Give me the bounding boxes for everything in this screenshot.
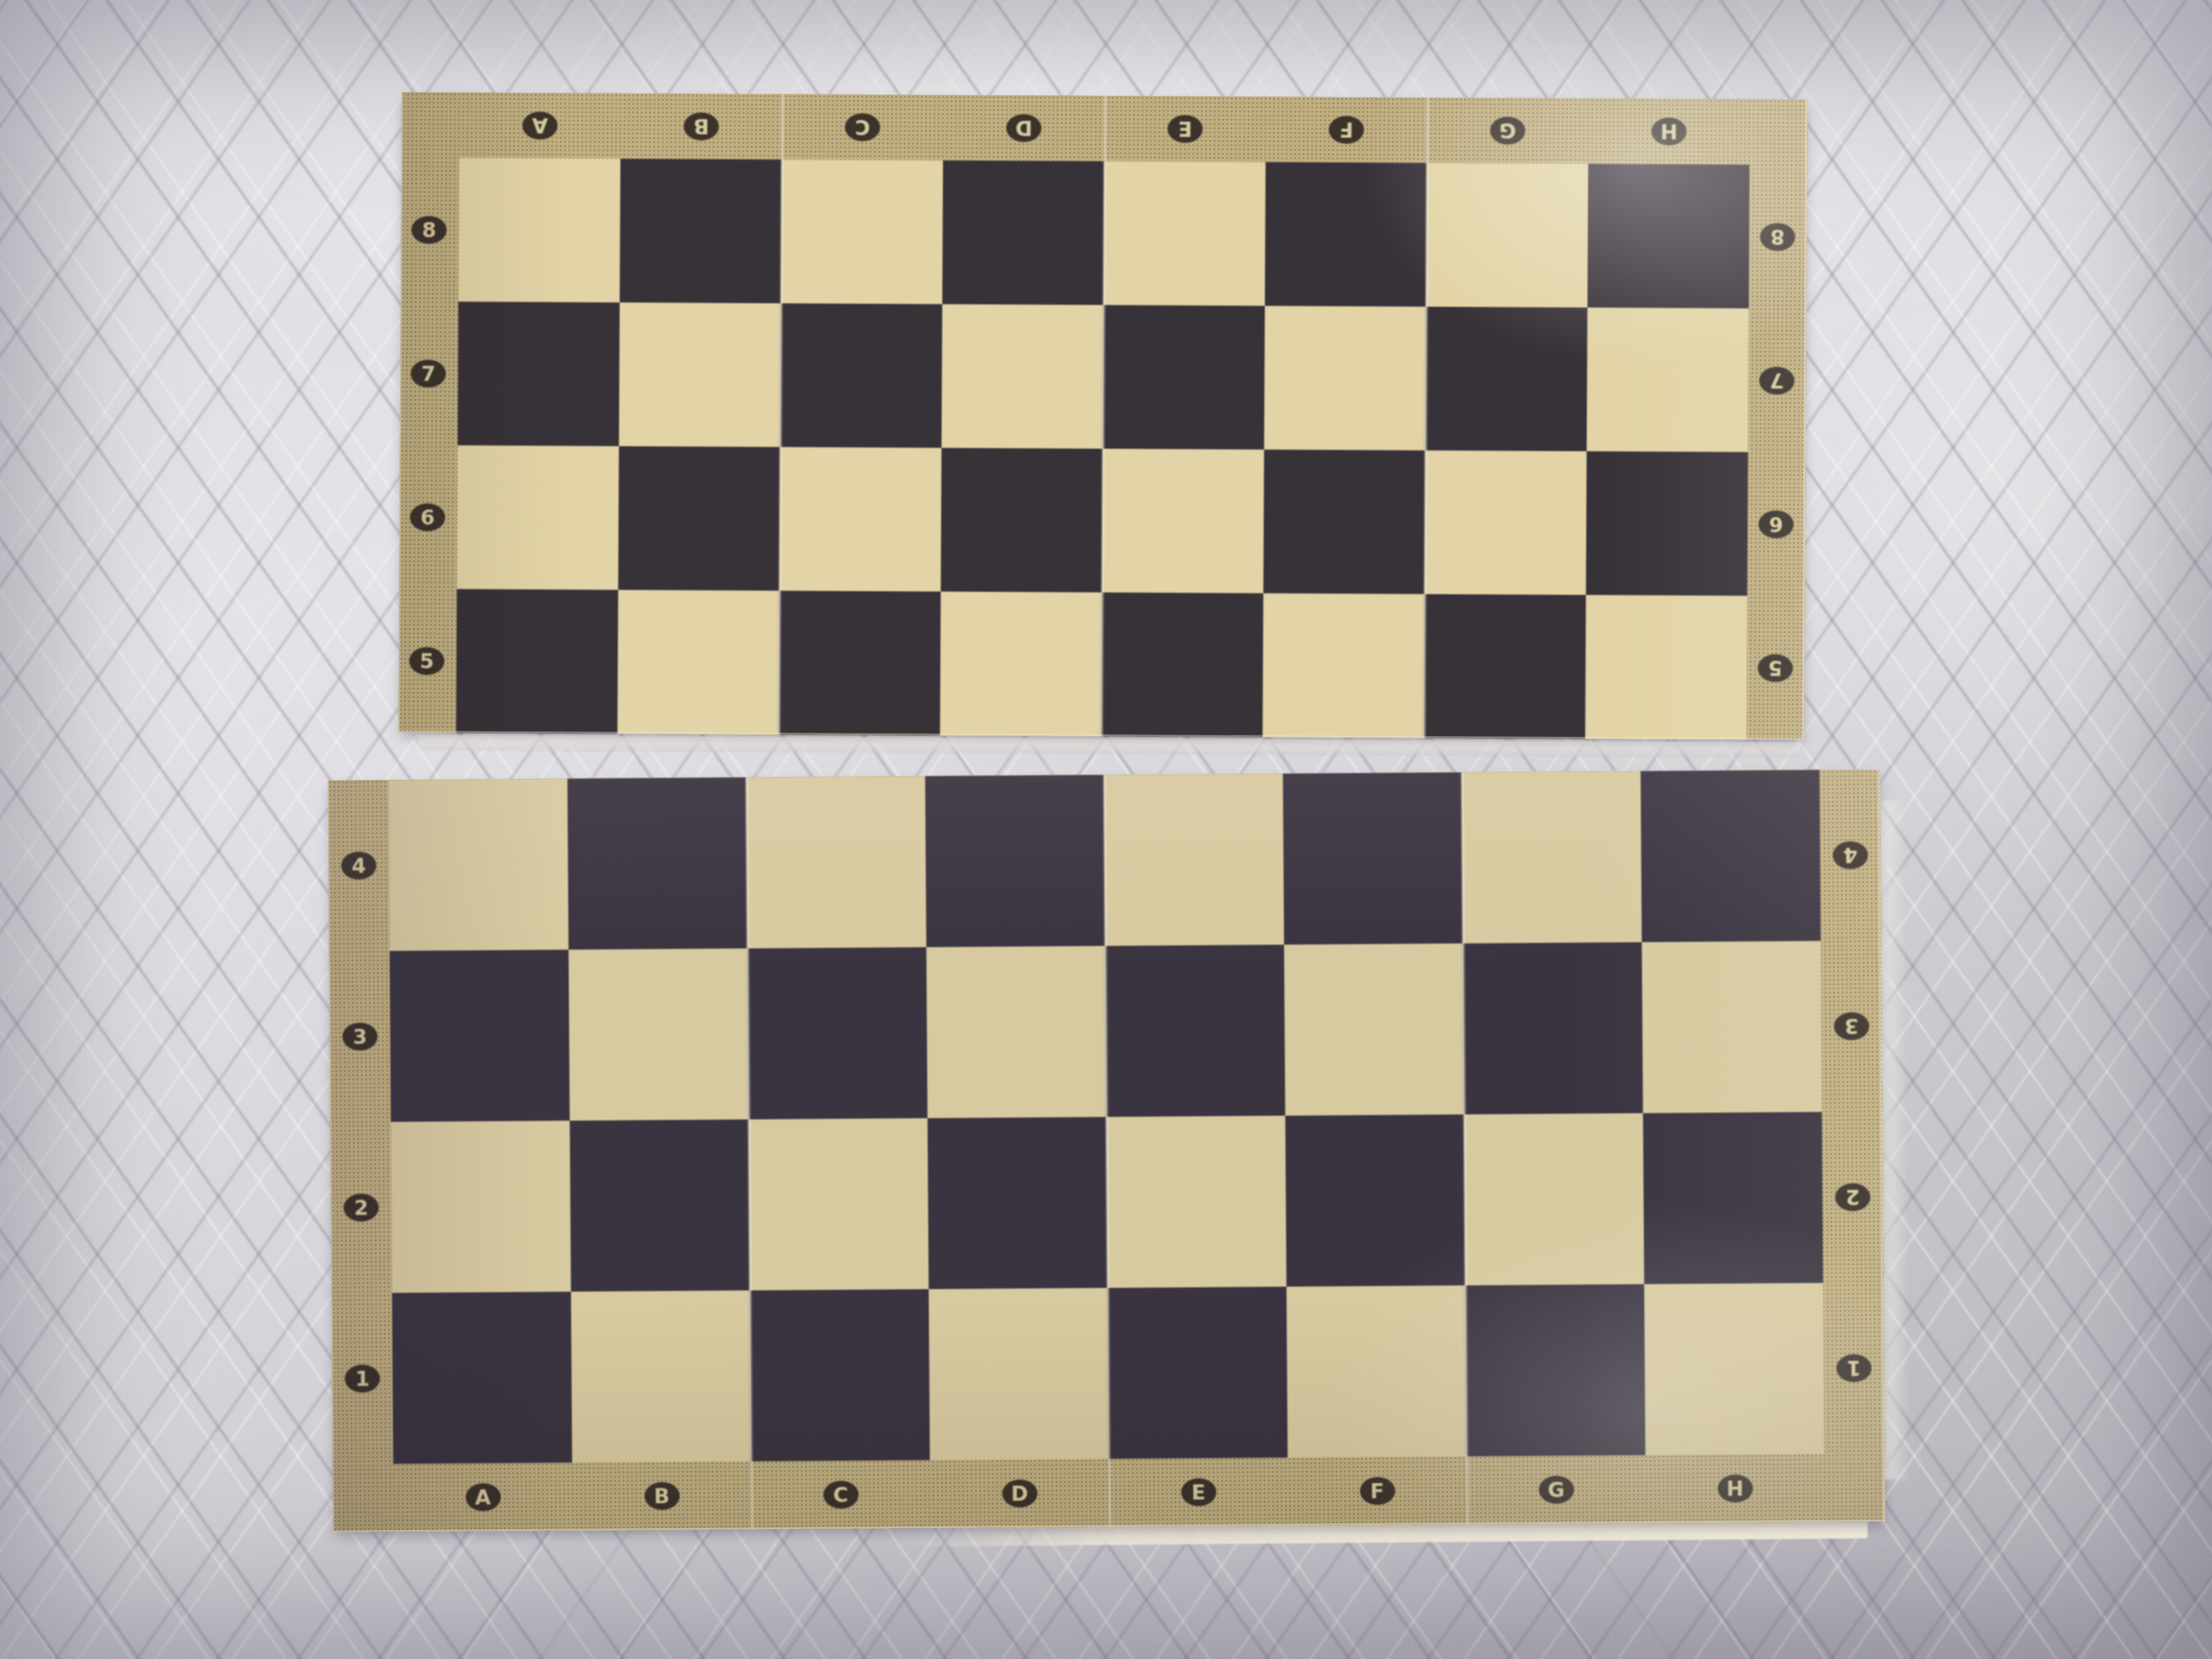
square-a5 <box>456 589 618 733</box>
square-f4 <box>1283 773 1463 945</box>
square-c7 <box>780 303 942 447</box>
square-f8 <box>1265 162 1427 306</box>
square-h1 <box>1644 1283 1825 1455</box>
square-f7 <box>1264 306 1426 450</box>
square-g8 <box>1426 163 1588 307</box>
square-a6 <box>457 445 618 589</box>
file-label-top-g: G <box>1490 116 1525 144</box>
square-c5 <box>779 591 940 735</box>
square-a2 <box>391 1121 571 1293</box>
rank-label-right-3: 3 <box>1834 1012 1869 1040</box>
square-d4 <box>925 775 1105 947</box>
square-e6 <box>1102 449 1264 593</box>
square-g3 <box>1463 942 1643 1114</box>
file-label-top-h: H <box>1651 118 1686 146</box>
square-e4 <box>1104 774 1284 946</box>
square-h2 <box>1643 1112 1823 1284</box>
square-d1 <box>929 1288 1109 1460</box>
rank-label-right-8: 8 <box>1760 223 1795 250</box>
file-label-top-a: A <box>522 112 557 139</box>
rank-label-left-6: 6 <box>410 503 445 531</box>
rank-label-left-5: 5 <box>409 647 444 675</box>
rank-label-right-1: 1 <box>1836 1354 1871 1382</box>
file-label-top-f: F <box>1329 116 1364 144</box>
square-d6 <box>940 448 1102 592</box>
square-b8 <box>620 159 782 303</box>
board-top-half-print: ABCDEFGH88776655 <box>398 92 1807 740</box>
file-label-bottom-e: E <box>1181 1478 1216 1506</box>
square-c6 <box>779 447 941 591</box>
rank-label-left-2: 2 <box>343 1193 378 1221</box>
square-a3 <box>390 950 570 1122</box>
square-g4 <box>1462 771 1642 943</box>
file-label-top-d: D <box>1006 114 1041 142</box>
rank-label-right-6: 6 <box>1758 510 1794 538</box>
square-d3 <box>927 946 1107 1118</box>
file-label-bottom-d: D <box>1002 1480 1037 1507</box>
file-label-bottom-c: C <box>823 1481 858 1509</box>
square-f3 <box>1284 943 1464 1116</box>
square-a8 <box>458 158 620 302</box>
square-g2 <box>1464 1113 1644 1285</box>
file-label-bottom-a: A <box>465 1483 500 1511</box>
board-bottom-half: ABCDEFGH44332211 <box>328 769 1886 1532</box>
square-e2 <box>1107 1116 1287 1288</box>
square-f1 <box>1287 1285 1467 1458</box>
file-label-bottom-h: H <box>1717 1475 1752 1503</box>
square-h8 <box>1587 164 1749 308</box>
board-top-half: ABCDEFGH88776655 <box>398 92 1807 740</box>
square-b4 <box>568 777 748 950</box>
square-g7 <box>1426 307 1587 451</box>
file-label-bottom-g: G <box>1538 1476 1574 1504</box>
square-g5 <box>1424 594 1586 739</box>
square-h6 <box>1586 451 1748 595</box>
square-b1 <box>571 1290 751 1463</box>
square-e7 <box>1103 305 1265 449</box>
square-e3 <box>1105 945 1285 1117</box>
rank-label-left-8: 8 <box>411 216 446 244</box>
file-label-top-e: E <box>1167 115 1202 143</box>
square-c2 <box>749 1118 929 1290</box>
rank-label-right-4: 4 <box>1832 841 1868 869</box>
square-b3 <box>569 948 749 1121</box>
square-d8 <box>942 161 1104 305</box>
square-f6 <box>1263 449 1425 594</box>
file-label-bottom-b: B <box>644 1482 679 1510</box>
square-d5 <box>940 592 1102 736</box>
rank-label-right-5: 5 <box>1758 654 1793 682</box>
square-b5 <box>617 590 779 734</box>
square-h4 <box>1641 770 1821 942</box>
square-f2 <box>1285 1114 1466 1287</box>
square-h3 <box>1642 941 1822 1113</box>
file-label-bottom-f: F <box>1359 1477 1395 1505</box>
square-d7 <box>942 304 1104 449</box>
square-e5 <box>1101 592 1263 737</box>
square-g6 <box>1424 451 1586 595</box>
square-a1 <box>392 1292 572 1464</box>
rank-label-right-7: 7 <box>1759 366 1794 394</box>
square-h7 <box>1587 307 1749 452</box>
square-h5 <box>1585 595 1747 739</box>
square-c8 <box>781 159 943 304</box>
rank-label-left-3: 3 <box>342 1022 377 1050</box>
square-c4 <box>746 776 927 948</box>
square-f5 <box>1262 593 1424 737</box>
square-b7 <box>619 303 781 447</box>
square-a7 <box>458 301 620 446</box>
rank-label-left-7: 7 <box>411 360 446 387</box>
rank-label-right-2: 2 <box>1835 1183 1870 1211</box>
square-d2 <box>928 1117 1108 1289</box>
square-c1 <box>750 1289 930 1461</box>
file-label-top-c: C <box>845 113 880 141</box>
square-c3 <box>748 947 928 1119</box>
square-e1 <box>1108 1287 1288 1459</box>
square-b6 <box>618 446 780 591</box>
board-bottom-half-print: ABCDEFGH44332211 <box>328 769 1886 1532</box>
rank-label-left-1: 1 <box>344 1364 380 1392</box>
file-label-top-b: B <box>683 112 719 140</box>
square-b2 <box>570 1119 750 1292</box>
rank-label-left-4: 4 <box>341 851 377 879</box>
square-a4 <box>389 779 569 951</box>
square-e8 <box>1104 161 1265 306</box>
square-g1 <box>1466 1284 1646 1456</box>
photo-scene: ABCDEFGH88776655 ABCDEFGH44332211 <box>0 0 2212 1659</box>
